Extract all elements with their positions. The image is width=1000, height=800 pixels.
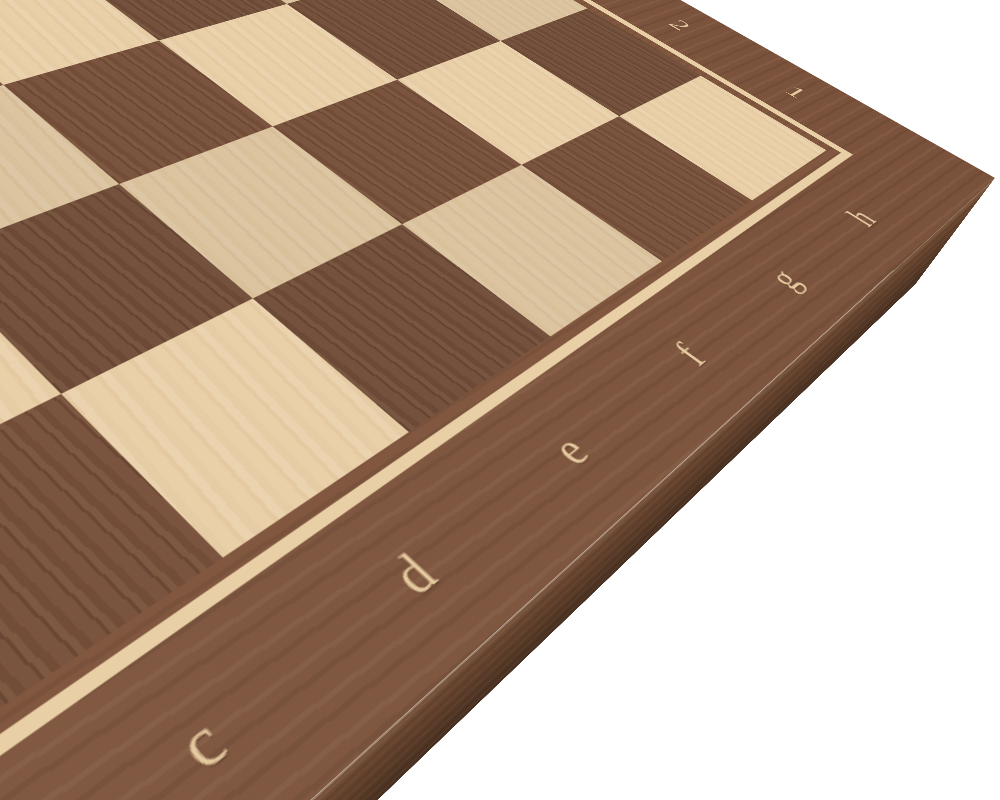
chess-board: abcdefgh12345678 (0, 0, 995, 800)
file-label-f: f (665, 337, 713, 372)
rank-label-1: 1 (781, 84, 811, 102)
square-c1 (0, 394, 223, 730)
square-d2 (0, 184, 253, 394)
square-e4 (0, 0, 159, 85)
square-d1 (61, 298, 409, 557)
file-label-h: h (840, 203, 883, 231)
photo-background: abcdefgh12345678 (0, 0, 1000, 800)
square-f1 (402, 165, 662, 337)
square-c2 (0, 257, 61, 521)
file-label-g: g (761, 263, 808, 296)
square-f2 (273, 80, 522, 225)
square-f4 (58, 0, 287, 40)
square-e2 (119, 126, 402, 298)
file-label-e: e (541, 427, 598, 473)
file-label-c: c (164, 707, 239, 783)
board-border-line (0, 0, 853, 800)
square-f3 (159, 4, 397, 127)
square-e3 (3, 40, 272, 184)
square-g1 (521, 116, 752, 261)
square-d3 (0, 85, 119, 257)
rank-label-2: 2 (665, 18, 695, 33)
square-g4 (188, 0, 394, 4)
board-border-gap (0, 0, 841, 800)
square-e1 (253, 224, 551, 432)
file-label-d: d (380, 545, 447, 604)
board-squares (0, 0, 826, 800)
square-d4 (0, 0, 3, 140)
